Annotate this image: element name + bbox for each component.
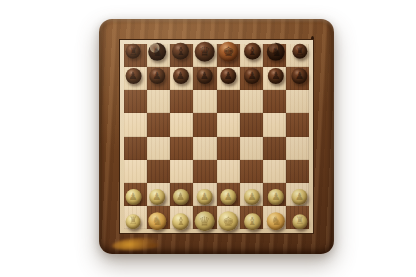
square-b4[interactable] [147,137,170,160]
square-g3[interactable] [263,160,286,183]
pawn-icon: ♟ [224,192,233,202]
black-pawn-b7[interactable]: ♟ [149,68,165,84]
rook-icon: ♜ [129,46,138,56]
square-a7[interactable]: ♟ [124,67,147,90]
white-pawn-f2[interactable]: ♟ [244,189,260,205]
square-d1[interactable]: ♛ [193,206,216,229]
bishop-icon: ♝ [247,216,257,227]
square-c5[interactable] [170,113,193,136]
square-g8[interactable]: ♞ [263,44,286,67]
black-knight-g8[interactable]: ♞ [267,42,285,60]
photo-background: ♜♞♝♛♚♝♞♜♟♟♟♟♟♟♟♟♟♟♟♟♟♟♟♟♜♞♝♛♚♝♞♜ [0,0,416,277]
black-queen-d8[interactable]: ♛ [195,41,215,61]
pawn-icon: ♟ [272,192,281,202]
black-pawn-e7[interactable]: ♟ [220,68,236,84]
board-maple-margin: ♜♞♝♛♚♝♞♜♟♟♟♟♟♟♟♟♟♟♟♟♟♟♟♟♜♞♝♛♚♝♞♜ [119,39,314,234]
white-queen-d1[interactable]: ♛ [195,212,215,232]
square-d3[interactable] [193,160,216,183]
square-h7[interactable]: ♟ [286,67,309,90]
bishop-icon: ♝ [176,46,186,57]
square-b2[interactable]: ♟ [147,183,170,206]
square-g7[interactable]: ♟ [263,67,286,90]
square-h4[interactable] [286,137,309,160]
square-e8[interactable]: ♚ [217,44,240,67]
square-e3[interactable] [217,160,240,183]
square-g6[interactable] [263,90,286,113]
black-bishop-c8[interactable]: ♝ [172,43,189,60]
square-b7[interactable]: ♟ [147,67,170,90]
white-rook-h1[interactable]: ♜ [292,214,307,229]
black-pawn-f7[interactable]: ♟ [244,68,260,84]
knight-icon: ♞ [151,45,162,57]
square-h6[interactable] [286,90,309,113]
black-pawn-a7[interactable]: ♟ [125,68,141,84]
black-rook-h8[interactable]: ♜ [292,44,307,59]
black-knight-b8[interactable]: ♞ [148,42,166,60]
square-f3[interactable] [240,160,263,183]
square-c7[interactable]: ♟ [170,67,193,90]
square-c1[interactable]: ♝ [170,206,193,229]
square-g1[interactable]: ♞ [263,206,286,229]
square-c2[interactable]: ♟ [170,183,193,206]
white-pawn-b2[interactable]: ♟ [149,189,165,205]
king-icon: ♚ [223,215,235,228]
pawn-icon: ♟ [295,71,304,81]
brass-inlay-shadow [145,241,162,250]
square-d4[interactable] [193,137,216,160]
square-e5[interactable] [217,113,240,136]
square-b6[interactable] [147,90,170,113]
black-pawn-c7[interactable]: ♟ [173,68,189,84]
square-h5[interactable] [286,113,309,136]
knight-icon: ♞ [271,45,282,57]
square-a3[interactable] [124,160,147,183]
black-pawn-g7[interactable]: ♟ [268,68,284,84]
pawn-icon: ♟ [248,71,257,81]
white-pawn-d2[interactable]: ♟ [197,189,213,205]
square-d7[interactable]: ♟ [193,67,216,90]
square-e6[interactable] [217,90,240,113]
pawn-icon: ♟ [129,71,138,81]
square-e4[interactable] [217,137,240,160]
knight-icon: ♞ [271,216,282,228]
pawn-icon: ♟ [129,192,138,202]
board-grid: ♜♞♝♛♚♝♞♜♟♟♟♟♟♟♟♟♟♟♟♟♟♟♟♟♜♞♝♛♚♝♞♜ [124,44,309,229]
black-pawn-h7[interactable]: ♟ [292,68,308,84]
square-a4[interactable] [124,137,147,160]
white-rook-a1[interactable]: ♜ [126,214,141,229]
white-knight-b1[interactable]: ♞ [148,213,166,231]
queen-icon: ♛ [199,45,211,58]
pawn-icon: ♟ [176,192,185,202]
square-e2[interactable]: ♟ [217,183,240,206]
square-g2[interactable]: ♟ [263,183,286,206]
square-f1[interactable]: ♝ [240,206,263,229]
square-h3[interactable] [286,160,309,183]
white-pawn-h2[interactable]: ♟ [292,189,308,205]
chess-board: ♜♞♝♛♚♝♞♜♟♟♟♟♟♟♟♟♟♟♟♟♟♟♟♟♜♞♝♛♚♝♞♜ [99,19,334,254]
pawn-icon: ♟ [200,71,209,81]
white-knight-g1[interactable]: ♞ [267,213,285,231]
square-f4[interactable] [240,137,263,160]
bishop-icon: ♝ [247,46,257,57]
white-bishop-c1[interactable]: ♝ [172,213,189,230]
pawn-icon: ♟ [200,192,209,202]
white-pawn-g2[interactable]: ♟ [268,189,284,205]
white-pawn-a2[interactable]: ♟ [125,189,141,205]
square-h1[interactable]: ♜ [286,206,309,229]
square-c8[interactable]: ♝ [170,44,193,67]
square-f5[interactable] [240,113,263,136]
square-c3[interactable] [170,160,193,183]
square-h2[interactable]: ♟ [286,183,309,206]
square-e7[interactable]: ♟ [217,67,240,90]
square-d8[interactable]: ♛ [193,44,216,67]
bishop-icon: ♝ [176,216,186,227]
black-pawn-d7[interactable]: ♟ [197,68,213,84]
square-a5[interactable] [124,113,147,136]
square-b8[interactable]: ♞ [147,44,170,67]
rook-icon: ♜ [295,217,304,227]
square-h8[interactable]: ♜ [286,44,309,67]
square-g4[interactable] [263,137,286,160]
queen-icon: ♛ [199,215,211,228]
knight-icon: ♞ [151,216,162,228]
pawn-icon: ♟ [152,192,161,202]
square-d6[interactable] [193,90,216,113]
square-f2[interactable]: ♟ [240,183,263,206]
pawn-icon: ♟ [176,71,185,81]
square-b1[interactable]: ♞ [147,206,170,229]
rook-icon: ♜ [129,217,138,227]
square-d2[interactable]: ♟ [193,183,216,206]
square-g5[interactable] [263,113,286,136]
square-f6[interactable] [240,90,263,113]
pawn-icon: ♟ [224,71,233,81]
black-king-e8[interactable]: ♚ [218,41,238,61]
square-a8[interactable]: ♜ [124,44,147,67]
square-a2[interactable]: ♟ [124,183,147,206]
king-icon: ♚ [223,45,235,58]
square-e1[interactable]: ♚ [217,206,240,229]
square-d5[interactable] [193,113,216,136]
white-bishop-f1[interactable]: ♝ [244,213,261,230]
square-f8[interactable]: ♝ [240,44,263,67]
square-a1[interactable]: ♜ [124,206,147,229]
white-king-e1[interactable]: ♚ [218,212,238,232]
square-b3[interactable] [147,160,170,183]
square-f7[interactable]: ♟ [240,67,263,90]
pawn-icon: ♟ [248,192,257,202]
square-b5[interactable] [147,113,170,136]
square-c4[interactable] [170,137,193,160]
black-bishop-f8[interactable]: ♝ [244,43,261,60]
square-a6[interactable] [124,90,147,113]
black-rook-a8[interactable]: ♜ [126,44,141,59]
rook-icon: ♜ [295,46,304,56]
pawn-icon: ♟ [295,192,304,202]
white-pawn-c2[interactable]: ♟ [173,189,189,205]
square-c6[interactable] [170,90,193,113]
pawn-icon: ♟ [272,71,281,81]
white-pawn-e2[interactable]: ♟ [220,189,236,205]
pawn-icon: ♟ [152,71,161,81]
